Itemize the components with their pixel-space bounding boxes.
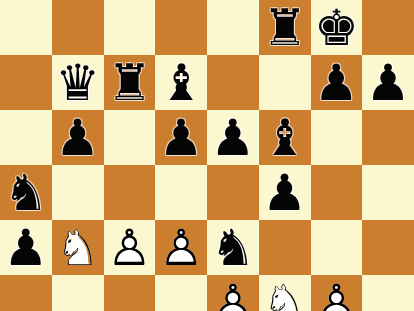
square-h8[interactable]	[362, 0, 414, 55]
chess-board: ♜♚♛♜♝♟♟♟♟♟♝♞♟♟♞♘♟♙♟♙♞♟♙♞♘♟♙	[0, 0, 414, 311]
square-b5[interactable]	[52, 165, 104, 220]
piece-black-rook[interactable]: ♜	[104, 55, 156, 110]
white-pawn-glyph: ♟♙	[107, 223, 152, 273]
piece-black-pawn[interactable]: ♟	[259, 165, 311, 220]
square-h6[interactable]	[362, 110, 414, 165]
black-pawn-glyph: ♟	[210, 113, 255, 163]
square-h3[interactable]	[362, 275, 414, 311]
square-a7[interactable]	[0, 55, 52, 110]
black-pawn-glyph: ♟	[55, 113, 100, 163]
black-bishop-glyph: ♝	[262, 113, 307, 163]
white-pawn-glyph: ♟♙	[314, 278, 359, 311]
black-pawn-glyph: ♟	[262, 168, 307, 218]
piece-black-bishop[interactable]: ♝	[155, 55, 207, 110]
piece-black-rook[interactable]: ♜	[259, 0, 311, 55]
piece-white-pawn[interactable]: ♟♙	[155, 220, 207, 275]
white-pawn-glyph: ♟♙	[159, 223, 204, 273]
square-c7[interactable]: ♜	[104, 55, 156, 110]
piece-white-knight[interactable]: ♞♘	[52, 220, 104, 275]
black-pawn-glyph: ♟	[314, 58, 359, 108]
piece-black-knight[interactable]: ♞	[0, 165, 52, 220]
square-b4[interactable]: ♞♘	[52, 220, 104, 275]
black-knight-glyph: ♞	[3, 168, 48, 218]
square-c8[interactable]	[104, 0, 156, 55]
square-f5[interactable]: ♟	[259, 165, 311, 220]
chessboard-viewport: ♜♚♛♜♝♟♟♟♟♟♝♞♟♟♞♘♟♙♟♙♞♟♙♞♘♟♙	[0, 0, 414, 311]
square-a5[interactable]: ♞	[0, 165, 52, 220]
square-f7[interactable]	[259, 55, 311, 110]
square-d5[interactable]	[155, 165, 207, 220]
piece-white-pawn[interactable]: ♟♙	[311, 275, 363, 311]
square-d4[interactable]: ♟♙	[155, 220, 207, 275]
piece-black-pawn[interactable]: ♟	[52, 110, 104, 165]
square-c5[interactable]	[104, 165, 156, 220]
square-d3[interactable]	[155, 275, 207, 311]
piece-black-king[interactable]: ♚	[311, 0, 363, 55]
square-f8[interactable]: ♜	[259, 0, 311, 55]
black-pawn-glyph: ♟	[159, 113, 204, 163]
square-e3[interactable]: ♟♙	[207, 275, 259, 311]
black-pawn-glyph: ♟	[3, 223, 48, 273]
square-g4[interactable]	[311, 220, 363, 275]
square-f3[interactable]: ♞♘	[259, 275, 311, 311]
piece-white-pawn[interactable]: ♟♙	[104, 220, 156, 275]
square-b3[interactable]	[52, 275, 104, 311]
piece-black-pawn[interactable]: ♟	[311, 55, 363, 110]
piece-white-pawn[interactable]: ♟♙	[207, 275, 259, 311]
square-h5[interactable]	[362, 165, 414, 220]
square-g5[interactable]	[311, 165, 363, 220]
piece-black-knight[interactable]: ♞	[207, 220, 259, 275]
square-g6[interactable]	[311, 110, 363, 165]
square-e7[interactable]	[207, 55, 259, 110]
square-h4[interactable]	[362, 220, 414, 275]
square-a3[interactable]	[0, 275, 52, 311]
square-d6[interactable]: ♟	[155, 110, 207, 165]
black-pawn-glyph: ♟	[366, 58, 411, 108]
square-h7[interactable]: ♟	[362, 55, 414, 110]
black-knight-glyph: ♞	[210, 223, 255, 273]
square-c3[interactable]	[104, 275, 156, 311]
square-d7[interactable]: ♝	[155, 55, 207, 110]
white-pawn-glyph: ♟♙	[210, 278, 255, 311]
square-b6[interactable]: ♟	[52, 110, 104, 165]
piece-black-bishop[interactable]: ♝	[259, 110, 311, 165]
square-a4[interactable]: ♟	[0, 220, 52, 275]
square-e8[interactable]	[207, 0, 259, 55]
black-bishop-glyph: ♝	[159, 58, 204, 108]
square-a8[interactable]	[0, 0, 52, 55]
white-knight-glyph: ♞♘	[55, 223, 100, 273]
square-c4[interactable]: ♟♙	[104, 220, 156, 275]
square-d8[interactable]	[155, 0, 207, 55]
black-queen-glyph: ♛	[55, 58, 100, 108]
square-g7[interactable]: ♟	[311, 55, 363, 110]
square-b7[interactable]: ♛	[52, 55, 104, 110]
square-g8[interactable]: ♚	[311, 0, 363, 55]
square-c6[interactable]	[104, 110, 156, 165]
square-f6[interactable]: ♝	[259, 110, 311, 165]
square-e6[interactable]: ♟	[207, 110, 259, 165]
piece-black-queen[interactable]: ♛	[52, 55, 104, 110]
piece-white-knight[interactable]: ♞♘	[259, 275, 311, 311]
piece-black-pawn[interactable]: ♟	[362, 55, 414, 110]
black-rook-glyph: ♜	[262, 3, 307, 53]
black-rook-glyph: ♜	[107, 58, 152, 108]
square-b8[interactable]	[52, 0, 104, 55]
square-g3[interactable]: ♟♙	[311, 275, 363, 311]
square-a6[interactable]	[0, 110, 52, 165]
square-f4[interactable]	[259, 220, 311, 275]
white-knight-glyph: ♞♘	[262, 278, 307, 311]
black-king-glyph: ♚	[314, 3, 359, 53]
square-e5[interactable]	[207, 165, 259, 220]
square-e4[interactable]: ♞	[207, 220, 259, 275]
piece-black-pawn[interactable]: ♟	[207, 110, 259, 165]
piece-black-pawn[interactable]: ♟	[0, 220, 52, 275]
piece-black-pawn[interactable]: ♟	[155, 110, 207, 165]
